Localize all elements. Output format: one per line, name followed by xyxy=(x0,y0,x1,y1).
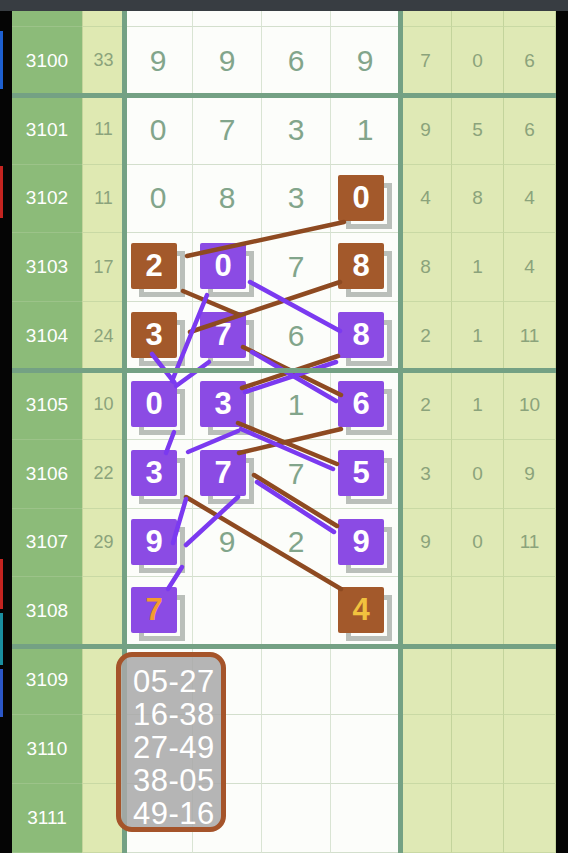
digit-cell: 6 xyxy=(262,27,331,96)
highlighted-digit-purple: 3 xyxy=(131,450,177,496)
digit-cell: 1 xyxy=(331,96,400,165)
digit-cell: 9 xyxy=(124,27,193,96)
highlighted-digit-purple: 3 xyxy=(200,381,246,427)
legend-line: 49-16 xyxy=(133,797,221,830)
digit-cell: 2 xyxy=(262,509,331,578)
group-separator xyxy=(12,368,556,373)
edge-artifact xyxy=(0,31,3,89)
period-label: 3105 xyxy=(12,371,82,440)
legend-line: 27-49 xyxy=(133,731,221,764)
stat-value: 3 xyxy=(400,440,452,509)
digit-cell: 0 xyxy=(124,371,193,440)
digit-cell: 4 xyxy=(331,577,400,646)
stub-cell xyxy=(193,11,262,27)
period-label: 3107 xyxy=(12,509,82,578)
digit-cell: 8 xyxy=(331,233,400,302)
digit-cell: 5 xyxy=(331,440,400,509)
period-label: 3104 xyxy=(12,302,82,371)
sum-value: 22 xyxy=(82,440,124,509)
highlighted-digit-brown: 0 xyxy=(338,175,384,221)
stat-value xyxy=(504,784,556,853)
stat-value xyxy=(400,646,452,715)
stat-value: 10 xyxy=(504,371,556,440)
stub-cell xyxy=(82,11,124,27)
digit-cell: 3 xyxy=(262,165,331,234)
digit-cell: 7 xyxy=(262,440,331,509)
digit-cell: 7 xyxy=(262,233,331,302)
digit-cell: 7 xyxy=(124,577,193,646)
legend-box: 05-2716-3827-4938-0549-16 xyxy=(116,652,226,832)
digit-cell: 7 xyxy=(193,96,262,165)
sum-value xyxy=(82,577,124,646)
digit-cell xyxy=(331,715,400,784)
stat-value: 4 xyxy=(400,165,452,234)
stub-cell xyxy=(400,11,452,27)
digit-cell: 3 xyxy=(262,96,331,165)
digit-cell: 6 xyxy=(262,302,331,371)
digit-cell: 2 xyxy=(124,233,193,302)
stat-value xyxy=(400,577,452,646)
highlighted-digit-purple: 9 xyxy=(338,519,384,565)
digit-cell: 9 xyxy=(193,509,262,578)
legend-line: 38-05 xyxy=(133,764,221,797)
digit-cell: 3 xyxy=(124,302,193,371)
stat-value xyxy=(452,577,504,646)
period-label: 3102 xyxy=(12,165,82,234)
sum-value: 24 xyxy=(82,302,124,371)
highlighted-digit-purple: 8 xyxy=(338,312,384,358)
stub-cell xyxy=(262,11,331,27)
digit-cell: 0 xyxy=(331,165,400,234)
highlighted-digit-purple: 7 xyxy=(131,587,177,633)
period-label: 3106 xyxy=(12,440,82,509)
edge-artifact xyxy=(0,669,3,717)
digit-cell: 8 xyxy=(331,302,400,371)
period-label: 3101 xyxy=(12,96,82,165)
sum-value: 17 xyxy=(82,233,124,302)
digit-cell xyxy=(262,646,331,715)
period-label: 3100 xyxy=(12,27,82,96)
period-label: 3111 xyxy=(12,784,82,853)
right-black-edge xyxy=(556,11,568,853)
edge-artifact xyxy=(0,559,3,609)
highlighted-digit-purple: 6 xyxy=(338,381,384,427)
digit-cell: 9 xyxy=(124,509,193,578)
edge-artifact xyxy=(0,613,3,665)
left-black-edge xyxy=(0,11,12,853)
stat-value: 1 xyxy=(452,371,504,440)
stub-cell xyxy=(452,11,504,27)
digit-cell: 1 xyxy=(262,371,331,440)
stat-value xyxy=(504,577,556,646)
stat-value: 8 xyxy=(400,233,452,302)
digit-cell xyxy=(331,646,400,715)
period-label: 3110 xyxy=(12,715,82,784)
stat-value: 9 xyxy=(400,509,452,578)
digit-cell: 3 xyxy=(124,440,193,509)
digit-cell: 7 xyxy=(193,440,262,509)
stub-cell xyxy=(124,11,193,27)
stub-cell xyxy=(504,11,556,27)
digit-cell: 3 xyxy=(193,371,262,440)
digit-cell: 8 xyxy=(193,165,262,234)
digit-cell: 7 xyxy=(193,302,262,371)
top-dark-bar xyxy=(0,0,568,11)
digit-cell xyxy=(193,577,262,646)
stat-value: 9 xyxy=(504,440,556,509)
stat-value: 1 xyxy=(452,302,504,371)
sum-value: 10 xyxy=(82,371,124,440)
legend-line: 16-38 xyxy=(133,698,221,731)
stat-value xyxy=(452,784,504,853)
stat-value: 2 xyxy=(400,302,452,371)
highlighted-digit-purple: 7 xyxy=(200,450,246,496)
trend-chart-grid[interactable]: 3100339969706310111073195631021108304843… xyxy=(12,11,556,853)
sum-value: 11 xyxy=(82,96,124,165)
stat-value: 5 xyxy=(452,96,504,165)
highlighted-digit-brown: 2 xyxy=(131,243,177,289)
group-separator xyxy=(12,93,556,98)
stat-value: 2 xyxy=(400,371,452,440)
sum-value: 11 xyxy=(82,165,124,234)
stat-value: 11 xyxy=(504,302,556,371)
digit-cell: 9 xyxy=(193,27,262,96)
stat-value: 0 xyxy=(452,509,504,578)
digit-cell: 9 xyxy=(331,509,400,578)
trend-chart-screen: 3100339969706310111073195631021108304843… xyxy=(0,0,568,853)
stat-value: 9 xyxy=(400,96,452,165)
digit-cell: 0 xyxy=(193,233,262,302)
highlighted-digit-brown: 8 xyxy=(338,243,384,289)
highlighted-digit-brown: 4 xyxy=(338,587,384,633)
digit-cell xyxy=(262,715,331,784)
highlighted-digit-brown: 3 xyxy=(131,312,177,358)
stat-value xyxy=(504,715,556,784)
section-divider xyxy=(398,11,403,853)
digit-cell: 9 xyxy=(331,27,400,96)
stub-cell xyxy=(12,11,82,27)
sum-value: 33 xyxy=(82,27,124,96)
stat-value: 0 xyxy=(452,27,504,96)
stub-cell xyxy=(331,11,400,27)
digit-cell xyxy=(331,784,400,853)
stat-value: 0 xyxy=(452,440,504,509)
stat-value: 8 xyxy=(452,165,504,234)
digit-cell: 0 xyxy=(124,96,193,165)
period-label: 3103 xyxy=(12,233,82,302)
stat-value xyxy=(400,715,452,784)
edge-artifact xyxy=(0,166,3,218)
highlighted-digit-purple: 5 xyxy=(338,450,384,496)
period-label: 3109 xyxy=(12,646,82,715)
digit-cell xyxy=(262,577,331,646)
stat-value: 7 xyxy=(400,27,452,96)
stat-value: 1 xyxy=(452,233,504,302)
stat-value: 4 xyxy=(504,165,556,234)
stat-value: 6 xyxy=(504,96,556,165)
digit-cell: 6 xyxy=(331,371,400,440)
stat-value xyxy=(400,784,452,853)
stat-value: 11 xyxy=(504,509,556,578)
stat-value xyxy=(452,646,504,715)
highlighted-digit-purple: 7 xyxy=(200,312,246,358)
digit-cell: 0 xyxy=(124,165,193,234)
stat-value: 4 xyxy=(504,233,556,302)
sum-value: 29 xyxy=(82,509,124,578)
group-separator xyxy=(12,644,556,649)
period-label: 3108 xyxy=(12,577,82,646)
highlighted-digit-purple: 0 xyxy=(131,381,177,427)
digit-cell xyxy=(262,784,331,853)
stat-value: 6 xyxy=(504,27,556,96)
legend-line: 05-27 xyxy=(133,665,221,698)
stat-value xyxy=(452,715,504,784)
highlighted-digit-purple: 0 xyxy=(200,243,246,289)
stat-value xyxy=(504,646,556,715)
highlighted-digit-purple: 9 xyxy=(131,519,177,565)
